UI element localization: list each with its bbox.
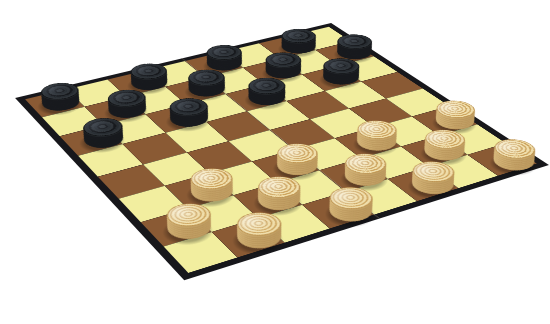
checkers-board: [15, 23, 549, 280]
product-photo-scene: [0, 0, 550, 324]
wood-checker-b8[interactable]: [230, 223, 289, 255]
board-grid: [25, 27, 537, 273]
